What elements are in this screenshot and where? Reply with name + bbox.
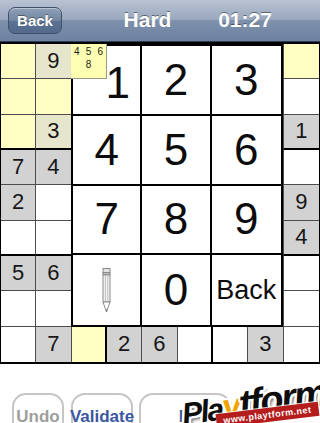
key-5[interactable]: 5	[142, 116, 211, 186]
candidate-mark: 4	[71, 45, 83, 58]
cell-r1c8[interactable]	[284, 79, 319, 114]
cell-r7c8[interactable]	[284, 291, 319, 326]
cell-r8c1[interactable]: 7	[36, 327, 71, 362]
cell-r1c0[interactable]	[1, 79, 36, 114]
cell-r8c2[interactable]	[72, 327, 107, 362]
key-0[interactable]: 0	[142, 255, 211, 325]
cell-r7c1[interactable]	[36, 291, 71, 326]
key-6[interactable]: 6	[212, 116, 281, 186]
candidate-mark: 6	[94, 45, 106, 58]
candidate-mark: 5	[83, 45, 95, 58]
difficulty-title: Hard	[90, 8, 205, 32]
cell-r0c1[interactable]: 9	[36, 44, 71, 79]
candidate-empty	[71, 58, 83, 71]
cell-r8c6[interactable]	[213, 327, 248, 362]
cell-r8c0[interactable]	[1, 327, 36, 362]
undo-button[interactable]: Undo	[12, 393, 64, 423]
cell-r8c7[interactable]: 3	[248, 327, 283, 362]
cell-r8c4[interactable]: 6	[142, 327, 177, 362]
cell-r2c0[interactable]	[1, 115, 36, 150]
key-back[interactable]: Back	[212, 255, 281, 325]
cell-r8c3[interactable]: 2	[107, 327, 142, 362]
cell-r6c0[interactable]: 5	[1, 256, 36, 291]
candidate-empty	[94, 58, 106, 71]
cell-r5c1[interactable]	[36, 221, 71, 256]
cell-r2c8[interactable]: 1	[284, 115, 319, 150]
cell-r2c1[interactable]: 3	[36, 115, 71, 150]
cell-r4c0[interactable]: 2	[1, 185, 36, 220]
cell-r5c0[interactable]	[1, 221, 36, 256]
cell-r6c1[interactable]: 6	[36, 256, 71, 291]
pencil-icon	[99, 267, 114, 314]
cell-r5c8[interactable]: 4	[284, 221, 319, 256]
number-pad: 1234567890Back	[71, 44, 283, 327]
sudoku-board: 93174294567263 1234567890Back 4568	[0, 42, 320, 364]
cell-r3c1[interactable]: 4	[36, 150, 71, 185]
cell-r3c8[interactable]	[284, 150, 319, 185]
cell-r0c0[interactable]	[1, 44, 36, 79]
key-2[interactable]: 2	[142, 46, 211, 116]
cell-r4c1[interactable]	[36, 185, 71, 220]
game-timer: 01:27	[210, 8, 280, 32]
key-8[interactable]: 8	[142, 186, 211, 256]
cell-r8c8[interactable]	[284, 327, 319, 362]
sudoku-app: Back Hard 01:27 93174294567263 123456789…	[0, 0, 320, 423]
navigation-bar: Back Hard 01:27	[0, 0, 320, 42]
cell-r1c1[interactable]	[36, 79, 71, 114]
key-4[interactable]: 4	[73, 116, 142, 186]
cell-r3c0[interactable]: 7	[1, 150, 36, 185]
cell-r7c0[interactable]	[1, 291, 36, 326]
key-9[interactable]: 9	[212, 186, 281, 256]
candidate-mark: 8	[83, 58, 95, 71]
cell-r4c8[interactable]: 9	[284, 185, 319, 220]
pencil-key[interactable]	[73, 255, 142, 325]
cell-r0c8[interactable]	[284, 44, 319, 79]
key-7[interactable]: 7	[73, 186, 142, 256]
cell-r8c5[interactable]	[178, 327, 213, 362]
nav-back-button[interactable]: Back	[8, 7, 62, 34]
key-3[interactable]: 3	[212, 46, 281, 116]
cell-r6c8[interactable]	[284, 256, 319, 291]
validate-button[interactable]: Validate	[71, 393, 133, 423]
selected-cell[interactable]: 4568	[71, 44, 107, 79]
